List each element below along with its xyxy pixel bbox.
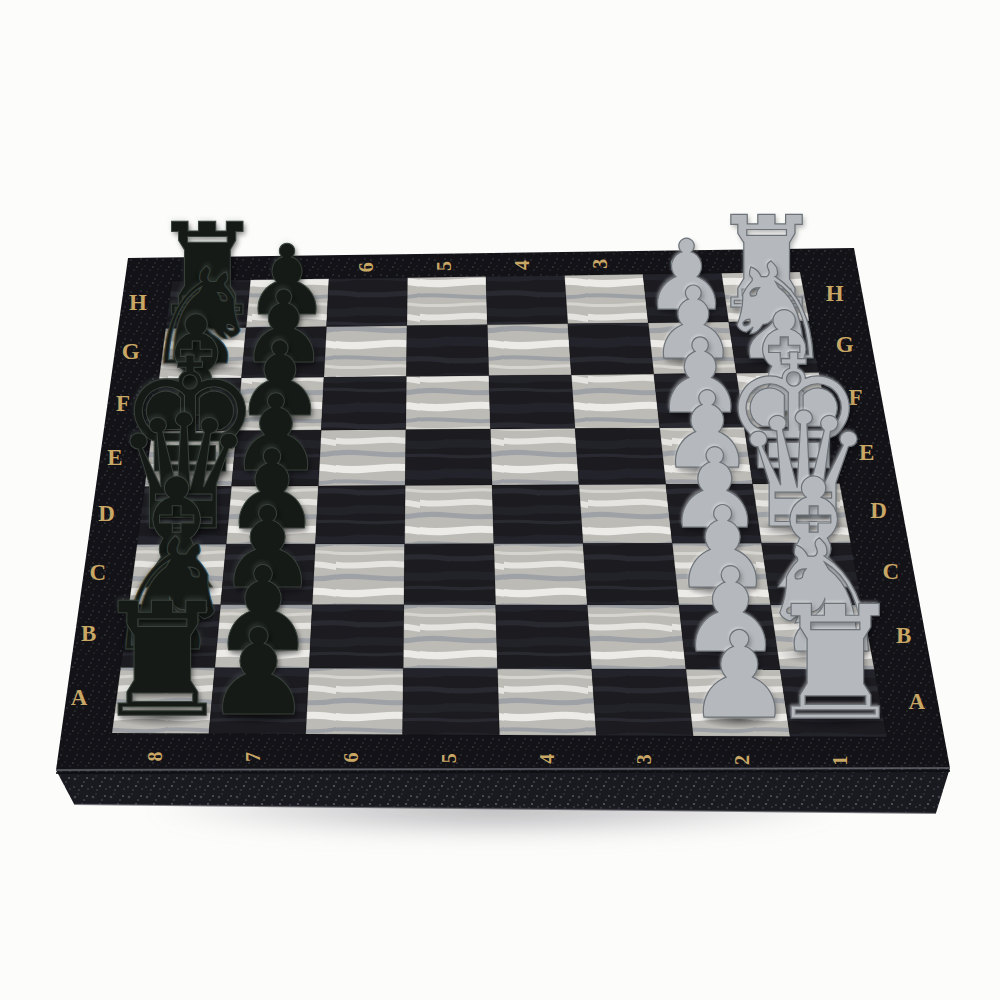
square-d2 bbox=[666, 484, 762, 543]
board-front-face bbox=[56, 768, 950, 813]
square-c2 bbox=[672, 543, 770, 605]
square-g1 bbox=[729, 321, 819, 373]
square-d4 bbox=[492, 485, 583, 544]
square-b6 bbox=[309, 605, 404, 669]
square-f1 bbox=[736, 373, 829, 428]
label-file-left-A: A bbox=[71, 685, 89, 710]
square-b4 bbox=[496, 605, 592, 669]
square-f8 bbox=[152, 378, 241, 431]
square-e6 bbox=[318, 430, 405, 486]
label-file-left-B: B bbox=[81, 621, 97, 646]
label-rank-top-3: 3 bbox=[589, 258, 611, 269]
square-h4 bbox=[486, 275, 568, 324]
square-a7 bbox=[209, 668, 309, 734]
label-file-left-H: H bbox=[129, 290, 148, 315]
label-rank-bottom-7: 7 bbox=[242, 751, 264, 762]
label-rank-bottom-3: 3 bbox=[633, 753, 655, 764]
square-b5 bbox=[403, 605, 497, 669]
chess-board: HHGGFFEEDDCCBBAA8877665544332211 bbox=[0, 0, 1000, 1000]
label-rank-bottom-1: 1 bbox=[829, 754, 851, 765]
square-g5 bbox=[406, 325, 488, 377]
square-h5 bbox=[407, 277, 487, 326]
label-file-left-E: E bbox=[107, 445, 123, 470]
square-a4 bbox=[498, 669, 597, 736]
square-h1 bbox=[722, 272, 810, 322]
square-f3 bbox=[571, 374, 659, 428]
square-b8 bbox=[121, 605, 221, 668]
square-f7 bbox=[237, 377, 324, 431]
square-e5 bbox=[405, 429, 492, 485]
square-b3 bbox=[587, 605, 686, 669]
square-e8 bbox=[145, 431, 237, 487]
label-rank-bottom-5: 5 bbox=[438, 752, 460, 763]
square-f2 bbox=[654, 373, 744, 428]
label-rank-bottom-8: 8 bbox=[144, 750, 166, 761]
square-c6 bbox=[312, 544, 404, 605]
square-c4 bbox=[494, 544, 587, 605]
square-d1 bbox=[753, 484, 851, 544]
label-rank-top-5: 5 bbox=[433, 260, 455, 271]
label-file-right-C: C bbox=[882, 559, 900, 584]
label-file-right-D: D bbox=[870, 498, 888, 523]
square-g8 bbox=[159, 328, 246, 379]
square-d7 bbox=[226, 486, 318, 544]
square-a6 bbox=[306, 668, 404, 734]
label-file-right-E: E bbox=[859, 440, 875, 465]
square-g2 bbox=[648, 322, 736, 374]
square-a5 bbox=[403, 668, 500, 735]
square-g7 bbox=[241, 327, 326, 378]
square-d6 bbox=[315, 486, 405, 545]
square-e3 bbox=[575, 428, 666, 485]
product-photo-stage: HHGGFFEEDDCCBBAA8877665544332211 ♜♟♟♜♞♟♟… bbox=[0, 0, 1000, 1000]
square-f4 bbox=[489, 375, 575, 429]
square-d8 bbox=[137, 486, 232, 544]
label-rank-top-8: 8 bbox=[199, 264, 221, 275]
label-rank-bottom-4: 4 bbox=[536, 753, 558, 764]
square-a8 bbox=[112, 668, 215, 734]
square-b1 bbox=[771, 605, 875, 670]
square-e1 bbox=[744, 427, 839, 484]
square-c8 bbox=[129, 544, 226, 605]
label-file-left-C: C bbox=[89, 560, 107, 585]
label-file-left-F: F bbox=[116, 391, 131, 416]
square-h6 bbox=[327, 278, 408, 327]
label-file-left-D: D bbox=[98, 501, 116, 526]
square-g4 bbox=[487, 324, 571, 376]
square-h7 bbox=[246, 279, 329, 328]
square-b2 bbox=[679, 605, 780, 669]
label-file-right-A: A bbox=[909, 689, 927, 714]
label-rank-top-4: 4 bbox=[511, 259, 533, 270]
square-h3 bbox=[565, 274, 649, 324]
square-c7 bbox=[221, 544, 316, 605]
square-g3 bbox=[568, 323, 654, 375]
square-e7 bbox=[232, 430, 322, 486]
square-b7 bbox=[215, 605, 312, 668]
label-rank-bottom-6: 6 bbox=[340, 752, 362, 763]
square-d5 bbox=[405, 485, 494, 544]
label-file-right-H: H bbox=[826, 281, 845, 306]
label-rank-top-2: 2 bbox=[667, 257, 689, 268]
label-rank-top-1: 1 bbox=[745, 255, 767, 266]
square-c3 bbox=[583, 543, 679, 605]
square-g6 bbox=[324, 326, 407, 377]
square-c1 bbox=[761, 543, 862, 605]
label-file-right-F: F bbox=[848, 385, 863, 410]
label-file-right-B: B bbox=[896, 623, 912, 648]
square-e2 bbox=[660, 427, 753, 484]
square-a2 bbox=[686, 669, 790, 736]
square-d3 bbox=[579, 484, 672, 543]
label-rank-top-7: 7 bbox=[277, 262, 299, 273]
square-e4 bbox=[490, 429, 579, 486]
label-rank-bottom-2: 2 bbox=[731, 754, 753, 765]
label-rank-top-6: 6 bbox=[355, 261, 377, 272]
square-a1 bbox=[780, 669, 887, 737]
square-c5 bbox=[404, 544, 496, 605]
square-a3 bbox=[592, 669, 693, 736]
square-h8 bbox=[166, 280, 251, 329]
label-file-right-G: G bbox=[836, 332, 855, 357]
label-file-left-G: G bbox=[122, 339, 141, 364]
square-h2 bbox=[643, 273, 729, 323]
square-f5 bbox=[406, 376, 491, 430]
square-f6 bbox=[321, 376, 406, 430]
